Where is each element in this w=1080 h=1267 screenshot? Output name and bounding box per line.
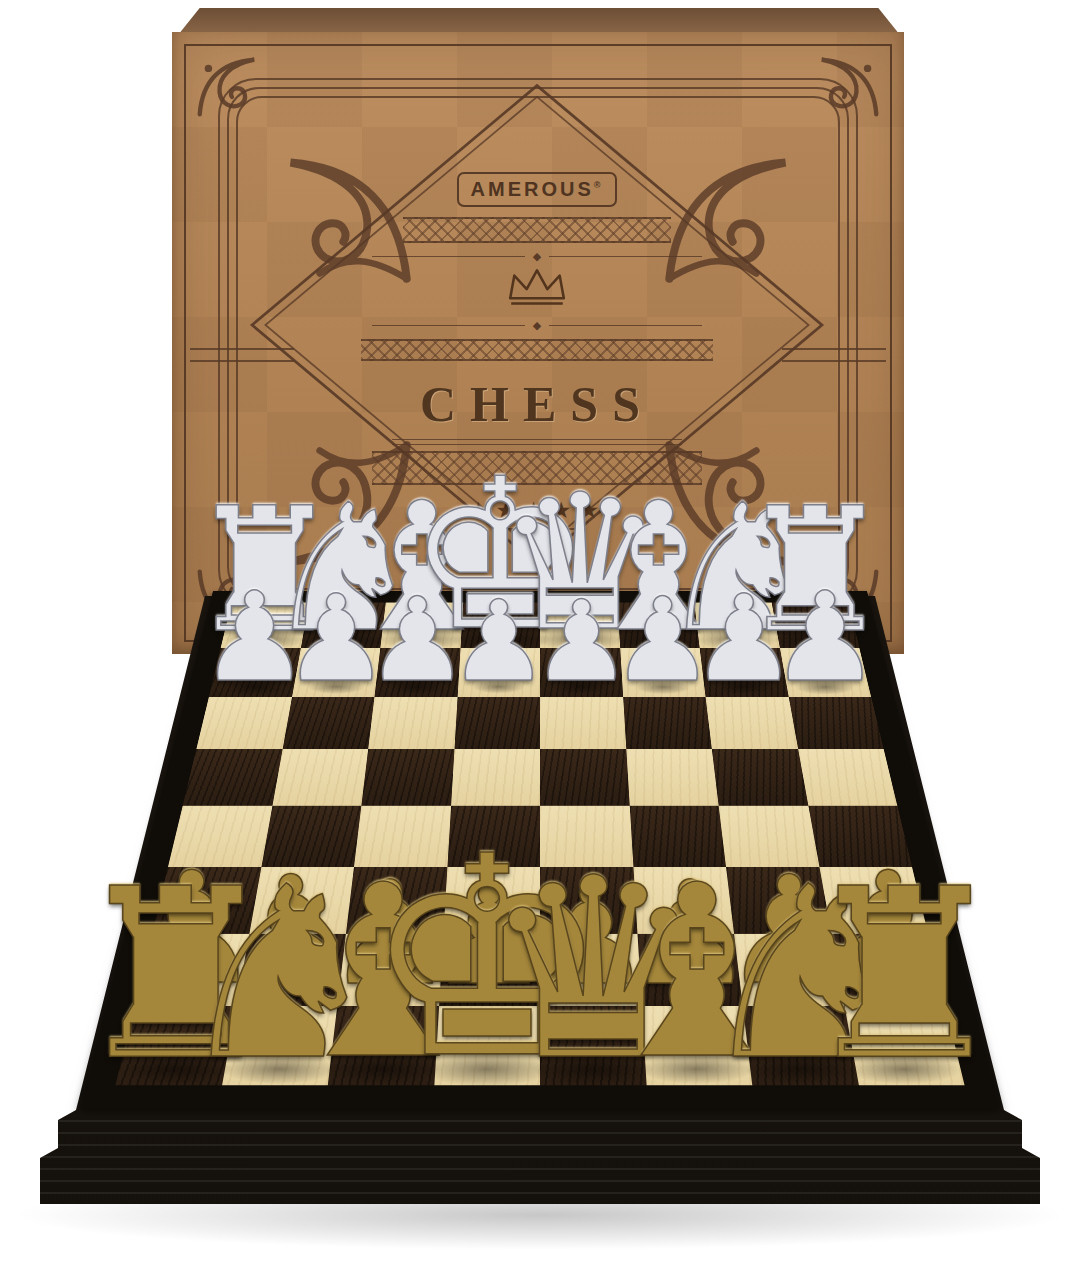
ornament-band	[361, 339, 713, 361]
piece-white-rook-h1[interactable]: ♜	[799, 858, 1010, 1093]
corner-flourish-icon	[818, 56, 880, 118]
ornament-band	[403, 217, 671, 243]
box-title: CHESS	[327, 375, 747, 433]
rule-with-diamond: ◆	[372, 320, 702, 331]
square-a5[interactable]	[183, 749, 283, 806]
pedestal-molding	[40, 1120, 1040, 1204]
brand-badge: AMEROUS®	[457, 172, 618, 207]
square-b5[interactable]	[272, 749, 368, 806]
registered-mark: ®	[594, 180, 604, 190]
piece-black-pawn-h7[interactable]: ♟	[770, 576, 881, 700]
square-g5[interactable]	[712, 749, 808, 806]
diamond-waist-rule	[190, 348, 294, 362]
brand-name: AMEROUS	[471, 178, 594, 200]
product-photo-scene: AMEROUS® ◆ ◆ CHESS ★★★★★ ♜♞♝♚♛♝♞♜♟♟♟♟♟♟♟…	[0, 0, 1080, 1267]
crown-icon	[327, 266, 747, 312]
square-f5[interactable]	[626, 749, 719, 806]
rule-with-diamond: ◆	[372, 251, 702, 262]
box-top-face	[178, 8, 900, 35]
corner-flourish-icon	[196, 56, 258, 118]
square-h5[interactable]	[798, 749, 898, 806]
diamond-waist-rule	[782, 348, 886, 362]
